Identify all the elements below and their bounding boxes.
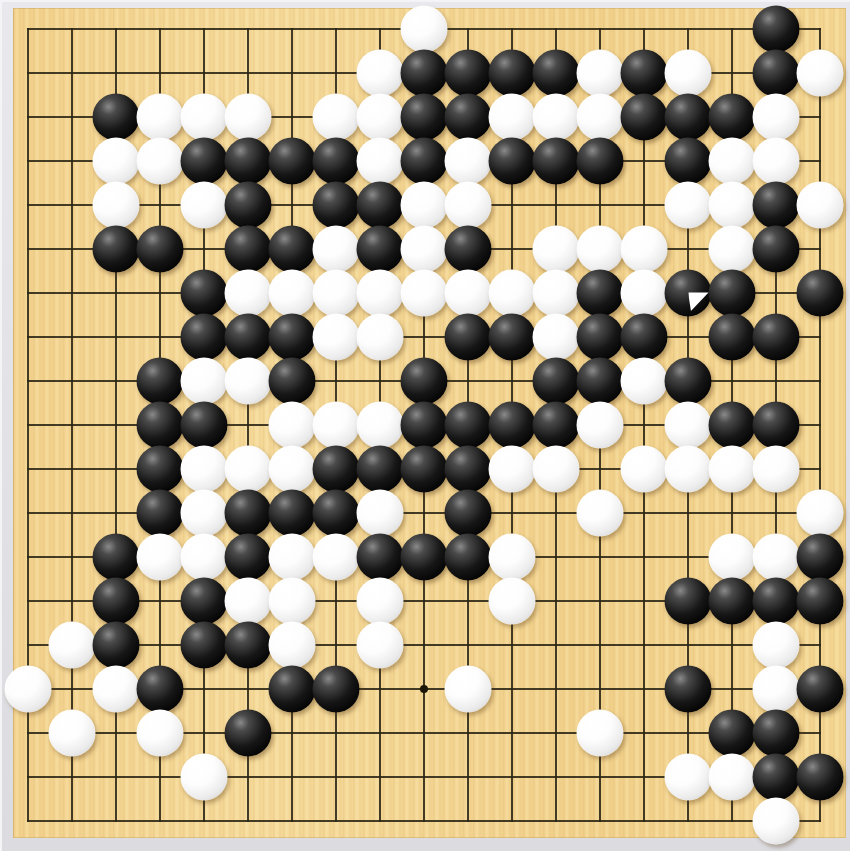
black-stone-r16c19 [797, 666, 844, 713]
go-app-window [0, 0, 850, 851]
white-stone-r5c3 [93, 182, 140, 229]
white-stone-r3c12 [489, 94, 536, 141]
white-stone-r7c9 [357, 270, 404, 317]
black-stone-r13c3 [93, 534, 140, 581]
black-stone-r4c5 [181, 138, 228, 185]
white-stone-r4c4 [137, 138, 184, 185]
white-stone-r4c9 [357, 138, 404, 185]
black-stone-r4c10 [401, 138, 448, 185]
black-stone-r16c4 [137, 666, 184, 713]
white-stone-r13c7 [269, 534, 316, 581]
black-stone-r3c17 [709, 94, 756, 141]
white-stone-r14c7 [269, 578, 316, 625]
black-stone-r3c16 [665, 94, 712, 141]
black-stone-r6c6 [225, 226, 272, 273]
black-stone-r5c9 [357, 182, 404, 229]
white-stone-r15c18 [753, 622, 800, 669]
black-stone-r11c11 [445, 446, 492, 493]
black-stone-r9c7 [269, 358, 316, 405]
black-stone-r5c6 [225, 182, 272, 229]
black-stone-r13c19 [797, 534, 844, 581]
black-stone-r6c3 [93, 226, 140, 273]
white-stone-r16c3 [93, 666, 140, 713]
white-stone-r4c3 [93, 138, 140, 185]
black-stone-r8c14 [577, 314, 624, 361]
white-stone-r3c13 [533, 94, 580, 141]
black-stone-r3c3 [93, 94, 140, 141]
black-stone-r9c4 [137, 358, 184, 405]
grid-line-horizontal [27, 820, 821, 822]
white-stone-r6c10 [401, 226, 448, 273]
white-stone-r11c15 [621, 446, 668, 493]
black-stone-r2c18 [753, 50, 800, 97]
black-stone-r9c16 [665, 358, 712, 405]
white-stone-r2c14 [577, 50, 624, 97]
black-stone-r6c4 [137, 226, 184, 273]
black-stone-r11c10 [401, 446, 448, 493]
grid-line-horizontal [27, 644, 821, 646]
black-stone-r12c11 [445, 490, 492, 537]
white-stone-r7c11 [445, 270, 492, 317]
black-stone-r3c10 [401, 94, 448, 141]
black-stone-r3c15 [621, 94, 668, 141]
black-stone-r14c19 [797, 578, 844, 625]
white-stone-r13c8 [313, 534, 360, 581]
black-stone-r10c4 [137, 402, 184, 449]
white-stone-r5c17 [709, 182, 756, 229]
black-stone-r12c8 [313, 490, 360, 537]
black-stone-r4c13 [533, 138, 580, 185]
black-stone-r18c19 [797, 754, 844, 801]
black-stone-r8c6 [225, 314, 272, 361]
last-move-marker [688, 292, 709, 311]
black-stone-r7c14 [577, 270, 624, 317]
black-stone-r8c15 [621, 314, 668, 361]
black-stone-r7c19 [797, 270, 844, 317]
black-stone-r17c17 [709, 710, 756, 757]
white-stone-r11c17 [709, 446, 756, 493]
black-stone-r10c11 [445, 402, 492, 449]
black-stone-r2c11 [445, 50, 492, 97]
black-stone-r10c18 [753, 402, 800, 449]
white-stone-r10c8 [313, 402, 360, 449]
white-stone-r2c16 [665, 50, 712, 97]
black-stone-r4c12 [489, 138, 536, 185]
black-stone-r17c6 [225, 710, 272, 757]
black-stone-r4c8 [313, 138, 360, 185]
white-stone-r14c6 [225, 578, 272, 625]
white-stone-r7c12 [489, 270, 536, 317]
black-stone-r4c7 [269, 138, 316, 185]
black-stone-r5c18 [753, 182, 800, 229]
black-stone-r15c6 [225, 622, 272, 669]
black-stone-r7c17 [709, 270, 756, 317]
white-stone-r7c7 [269, 270, 316, 317]
white-stone-r6c8 [313, 226, 360, 273]
black-stone-r2c10 [401, 50, 448, 97]
white-stone-r4c18 [753, 138, 800, 185]
black-stone-r16c7 [269, 666, 316, 713]
white-stone-r8c8 [313, 314, 360, 361]
white-stone-r19c18 [753, 798, 800, 845]
black-stone-r10c13 [533, 402, 580, 449]
white-stone-r7c10 [401, 270, 448, 317]
black-stone-r13c9 [357, 534, 404, 581]
white-stone-r6c15 [621, 226, 668, 273]
white-stone-r3c4 [137, 94, 184, 141]
black-stone-r10c5 [181, 402, 228, 449]
black-stone-r11c9 [357, 446, 404, 493]
black-stone-r12c4 [137, 490, 184, 537]
black-stone-r14c17 [709, 578, 756, 625]
white-stone-r9c5 [181, 358, 228, 405]
white-stone-r11c12 [489, 446, 536, 493]
white-stone-r1c10 [401, 6, 448, 53]
black-stone-r14c5 [181, 578, 228, 625]
white-stone-r13c4 [137, 534, 184, 581]
black-stone-r15c5 [181, 622, 228, 669]
white-stone-r5c19 [797, 182, 844, 229]
white-stone-r5c11 [445, 182, 492, 229]
white-stone-r10c7 [269, 402, 316, 449]
black-stone-r13c10 [401, 534, 448, 581]
white-stone-r15c2 [49, 622, 96, 669]
black-stone-r9c13 [533, 358, 580, 405]
black-stone-r8c11 [445, 314, 492, 361]
black-stone-r1c18 [753, 6, 800, 53]
black-stone-r7c5 [181, 270, 228, 317]
black-stone-r14c3 [93, 578, 140, 625]
white-stone-r3c14 [577, 94, 624, 141]
white-stone-r7c8 [313, 270, 360, 317]
white-stone-r4c17 [709, 138, 756, 185]
white-stone-r3c8 [313, 94, 360, 141]
white-stone-r6c13 [533, 226, 580, 273]
white-stone-r7c6 [225, 270, 272, 317]
grid-line-vertical [643, 28, 645, 822]
white-stone-r18c16 [665, 754, 712, 801]
white-stone-r13c5 [181, 534, 228, 581]
white-stone-r3c5 [181, 94, 228, 141]
white-stone-r9c6 [225, 358, 272, 405]
black-stone-r5c8 [313, 182, 360, 229]
black-stone-r9c14 [577, 358, 624, 405]
white-stone-r11c13 [533, 446, 580, 493]
black-stone-r6c9 [357, 226, 404, 273]
white-stone-r9c15 [621, 358, 668, 405]
black-stone-r8c12 [489, 314, 536, 361]
hoshi-dot [420, 685, 428, 693]
black-stone-r2c13 [533, 50, 580, 97]
black-stone-r14c18 [753, 578, 800, 625]
white-stone-r2c9 [357, 50, 404, 97]
white-stone-r16c18 [753, 666, 800, 713]
black-stone-r14c16 [665, 578, 712, 625]
black-stone-r7c16 [665, 270, 712, 317]
white-stone-r11c7 [269, 446, 316, 493]
black-stone-r13c6 [225, 534, 272, 581]
black-stone-r12c7 [269, 490, 316, 537]
white-stone-r15c7 [269, 622, 316, 669]
white-stone-r12c19 [797, 490, 844, 537]
white-stone-r18c17 [709, 754, 756, 801]
black-stone-r8c18 [753, 314, 800, 361]
white-stone-r11c18 [753, 446, 800, 493]
white-stone-r8c13 [533, 314, 580, 361]
white-stone-r10c16 [665, 402, 712, 449]
white-stone-r12c14 [577, 490, 624, 537]
black-stone-r2c15 [621, 50, 668, 97]
white-stone-r5c10 [401, 182, 448, 229]
white-stone-r13c17 [709, 534, 756, 581]
black-stone-r17c18 [753, 710, 800, 757]
black-stone-r2c12 [489, 50, 536, 97]
white-stone-r12c5 [181, 490, 228, 537]
black-stone-r4c6 [225, 138, 272, 185]
black-stone-r11c4 [137, 446, 184, 493]
black-stone-r16c8 [313, 666, 360, 713]
white-stone-r4c11 [445, 138, 492, 185]
white-stone-r11c6 [225, 446, 272, 493]
white-stone-r7c15 [621, 270, 668, 317]
black-stone-r6c18 [753, 226, 800, 273]
black-stone-r10c10 [401, 402, 448, 449]
white-stone-r3c9 [357, 94, 404, 141]
white-stone-r18c5 [181, 754, 228, 801]
black-stone-r8c5 [181, 314, 228, 361]
white-stone-r15c9 [357, 622, 404, 669]
white-stone-r17c14 [577, 710, 624, 757]
white-stone-r17c4 [137, 710, 184, 757]
black-stone-r4c14 [577, 138, 624, 185]
white-stone-r13c12 [489, 534, 536, 581]
white-stone-r14c9 [357, 578, 404, 625]
black-stone-r10c12 [489, 402, 536, 449]
white-stone-r17c2 [49, 710, 96, 757]
white-stone-r7c13 [533, 270, 580, 317]
black-stone-r8c7 [269, 314, 316, 361]
black-stone-r15c3 [93, 622, 140, 669]
white-stone-r3c18 [753, 94, 800, 141]
white-stone-r5c16 [665, 182, 712, 229]
white-stone-r10c14 [577, 402, 624, 449]
white-stone-r2c19 [797, 50, 844, 97]
black-stone-r18c18 [753, 754, 800, 801]
white-stone-r11c5 [181, 446, 228, 493]
black-stone-r9c10 [401, 358, 448, 405]
white-stone-r6c17 [709, 226, 756, 273]
black-stone-r8c17 [709, 314, 756, 361]
white-stone-r6c14 [577, 226, 624, 273]
black-stone-r6c11 [445, 226, 492, 273]
black-stone-r4c16 [665, 138, 712, 185]
black-stone-r3c11 [445, 94, 492, 141]
white-stone-r5c5 [181, 182, 228, 229]
white-stone-r10c9 [357, 402, 404, 449]
white-stone-r16c11 [445, 666, 492, 713]
black-stone-r13c11 [445, 534, 492, 581]
black-stone-r16c16 [665, 666, 712, 713]
black-stone-r10c17 [709, 402, 756, 449]
black-stone-r11c8 [313, 446, 360, 493]
black-stone-r12c6 [225, 490, 272, 537]
white-stone-r8c9 [357, 314, 404, 361]
black-stone-r6c7 [269, 226, 316, 273]
white-stone-r3c6 [225, 94, 272, 141]
white-stone-r12c9 [357, 490, 404, 537]
white-stone-r14c12 [489, 578, 536, 625]
white-stone-r16c1 [5, 666, 52, 713]
white-stone-r13c18 [753, 534, 800, 581]
white-stone-r11c16 [665, 446, 712, 493]
